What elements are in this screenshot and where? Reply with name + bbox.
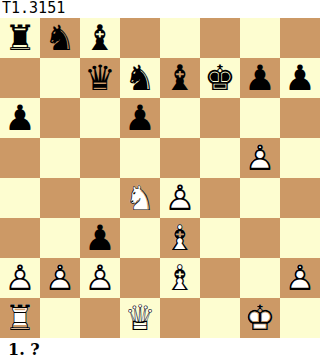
square-d5[interactable] [120, 138, 160, 178]
piece-black-knight[interactable]: ♞ [40, 18, 80, 58]
white-pawn-icon: ♙ [40, 258, 80, 298]
square-g7[interactable]: ♟ [240, 58, 280, 98]
square-e6[interactable] [160, 98, 200, 138]
square-h3[interactable] [280, 218, 320, 258]
square-g2[interactable] [240, 258, 280, 298]
square-d3[interactable] [120, 218, 160, 258]
piece-white-pawn[interactable]: ♟♙ [280, 258, 320, 298]
move-prompt: 1. ? [0, 340, 40, 359]
square-g4[interactable] [240, 178, 280, 218]
square-f2[interactable] [200, 258, 240, 298]
white-rook-icon: ♖ [0, 298, 40, 338]
square-b4[interactable] [40, 178, 80, 218]
square-h4[interactable] [280, 178, 320, 218]
black-knight-icon: ♞ [40, 18, 80, 58]
square-e2[interactable]: ♝♗ [160, 258, 200, 298]
square-a2[interactable]: ♟♙ [0, 258, 40, 298]
black-bishop-icon: ♝ [160, 58, 200, 98]
black-queen-icon: ♛ [80, 58, 120, 98]
square-a7[interactable] [0, 58, 40, 98]
square-g6[interactable] [240, 98, 280, 138]
square-d4[interactable]: ♞♘ [120, 178, 160, 218]
square-a3[interactable] [0, 218, 40, 258]
black-pawn-icon: ♟ [120, 98, 160, 138]
square-e7[interactable]: ♝ [160, 58, 200, 98]
square-a5[interactable] [0, 138, 40, 178]
square-b6[interactable] [40, 98, 80, 138]
square-c1[interactable] [80, 298, 120, 338]
square-c8[interactable]: ♝ [80, 18, 120, 58]
square-f7[interactable]: ♚ [200, 58, 240, 98]
piece-black-pawn[interactable]: ♟ [240, 58, 280, 98]
piece-black-knight[interactable]: ♞ [120, 58, 160, 98]
black-pawn-icon: ♟ [0, 98, 40, 138]
square-a8[interactable]: ♜ [0, 18, 40, 58]
white-bishop-icon: ♗ [160, 218, 200, 258]
white-pawn-icon: ♙ [240, 138, 280, 178]
square-c2[interactable]: ♟♙ [80, 258, 120, 298]
piece-black-bishop[interactable]: ♝ [160, 58, 200, 98]
move-prompt-bar: 1. ? [0, 338, 320, 360]
piece-white-pawn[interactable]: ♟♙ [40, 258, 80, 298]
white-bishop-icon: ♗ [160, 258, 200, 298]
white-knight-icon: ♘ [120, 178, 160, 218]
black-pawn-icon: ♟ [80, 218, 120, 258]
square-g8[interactable] [240, 18, 280, 58]
square-e4[interactable]: ♟♙ [160, 178, 200, 218]
piece-black-pawn[interactable]: ♟ [80, 218, 120, 258]
piece-black-pawn[interactable]: ♟ [120, 98, 160, 138]
piece-white-pawn[interactable]: ♟♙ [160, 178, 200, 218]
square-f3[interactable] [200, 218, 240, 258]
square-d1[interactable]: ♛♕ [120, 298, 160, 338]
square-h6[interactable] [280, 98, 320, 138]
square-c5[interactable] [80, 138, 120, 178]
chess-board: ♜♞♝♛♞♝♚♟♟♟♟♟♙♞♘♟♙♟♝♗♟♙♟♙♟♙♝♗♟♙♜♖♛♕♚♔ [0, 18, 320, 338]
white-pawn-icon: ♙ [80, 258, 120, 298]
piece-white-pawn[interactable]: ♟♙ [80, 258, 120, 298]
puzzle-title-bar: T1.3151 [0, 0, 320, 18]
piece-black-king[interactable]: ♚ [200, 58, 240, 98]
piece-white-king[interactable]: ♚♔ [240, 298, 280, 338]
square-e5[interactable] [160, 138, 200, 178]
square-b2[interactable]: ♟♙ [40, 258, 80, 298]
square-h8[interactable] [280, 18, 320, 58]
piece-black-pawn[interactable]: ♟ [280, 58, 320, 98]
piece-black-pawn[interactable]: ♟ [0, 98, 40, 138]
square-f1[interactable] [200, 298, 240, 338]
square-b1[interactable] [40, 298, 80, 338]
square-a4[interactable] [0, 178, 40, 218]
piece-white-pawn[interactable]: ♟♙ [240, 138, 280, 178]
square-h2[interactable]: ♟♙ [280, 258, 320, 298]
square-d8[interactable] [120, 18, 160, 58]
square-h5[interactable] [280, 138, 320, 178]
square-d2[interactable] [120, 258, 160, 298]
white-pawn-icon: ♙ [280, 258, 320, 298]
square-c4[interactable] [80, 178, 120, 218]
white-queen-icon: ♕ [120, 298, 160, 338]
square-g3[interactable] [240, 218, 280, 258]
piece-white-rook[interactable]: ♜♖ [0, 298, 40, 338]
piece-white-bishop[interactable]: ♝♗ [160, 218, 200, 258]
square-a1[interactable]: ♜♖ [0, 298, 40, 338]
square-e3[interactable]: ♝♗ [160, 218, 200, 258]
white-pawn-icon: ♙ [0, 258, 40, 298]
square-b8[interactable]: ♞ [40, 18, 80, 58]
piece-white-bishop[interactable]: ♝♗ [160, 258, 200, 298]
square-h7[interactable]: ♟ [280, 58, 320, 98]
black-rook-icon: ♜ [0, 18, 40, 58]
square-c7[interactable]: ♛ [80, 58, 120, 98]
black-bishop-icon: ♝ [80, 18, 120, 58]
square-f4[interactable] [200, 178, 240, 218]
black-pawn-icon: ♟ [240, 58, 280, 98]
black-pawn-icon: ♟ [280, 58, 320, 98]
square-e1[interactable] [160, 298, 200, 338]
black-knight-icon: ♞ [120, 58, 160, 98]
square-f5[interactable] [200, 138, 240, 178]
square-c3[interactable]: ♟ [80, 218, 120, 258]
square-h1[interactable] [280, 298, 320, 338]
square-b5[interactable] [40, 138, 80, 178]
white-pawn-icon: ♙ [160, 178, 200, 218]
black-king-icon: ♚ [200, 58, 240, 98]
piece-black-queen[interactable]: ♛ [80, 58, 120, 98]
square-f6[interactable] [200, 98, 240, 138]
square-d7[interactable]: ♞ [120, 58, 160, 98]
square-b3[interactable] [40, 218, 80, 258]
piece-white-knight[interactable]: ♞♘ [120, 178, 160, 218]
square-c6[interactable] [80, 98, 120, 138]
square-a6[interactable]: ♟ [0, 98, 40, 138]
piece-black-bishop[interactable]: ♝ [80, 18, 120, 58]
square-b7[interactable] [40, 58, 80, 98]
square-g1[interactable]: ♚♔ [240, 298, 280, 338]
puzzle-id: T1.3151 [0, 0, 65, 17]
white-king-icon: ♔ [240, 298, 280, 338]
piece-black-rook[interactable]: ♜ [0, 18, 40, 58]
square-d6[interactable]: ♟ [120, 98, 160, 138]
piece-white-pawn[interactable]: ♟♙ [0, 258, 40, 298]
square-f8[interactable] [200, 18, 240, 58]
square-e8[interactable] [160, 18, 200, 58]
square-g5[interactable]: ♟♙ [240, 138, 280, 178]
piece-white-queen[interactable]: ♛♕ [120, 298, 160, 338]
